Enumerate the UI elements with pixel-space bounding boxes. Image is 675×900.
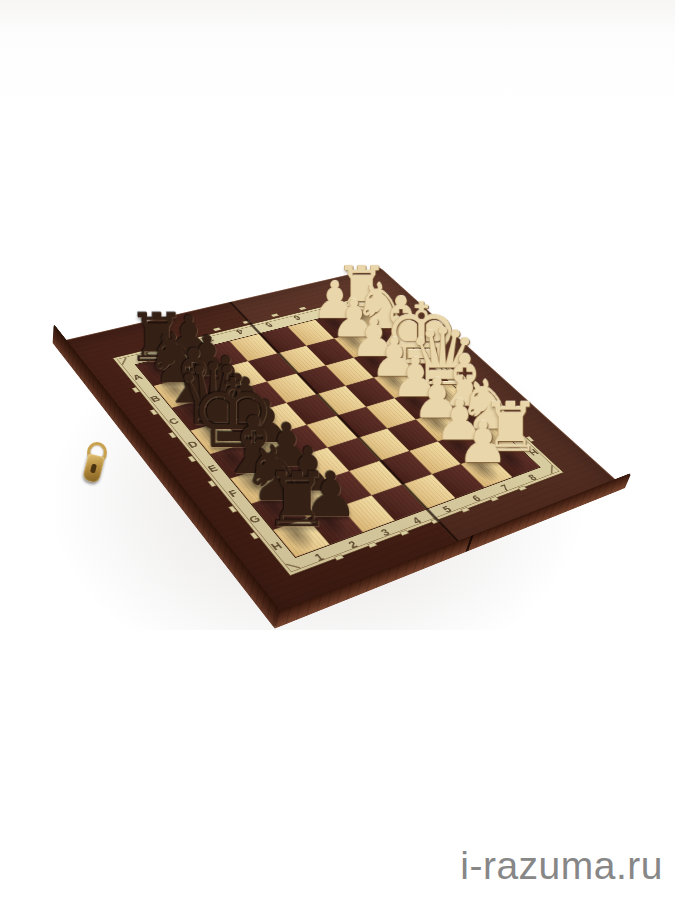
fold-seam-side bbox=[465, 535, 473, 552]
dark-rook-glyph: ♜ bbox=[263, 462, 331, 538]
brass-clasp bbox=[72, 442, 116, 492]
light-pawn-glyph: ♟ bbox=[457, 414, 508, 471]
watermark: i-razuma.ru bbox=[460, 844, 663, 888]
